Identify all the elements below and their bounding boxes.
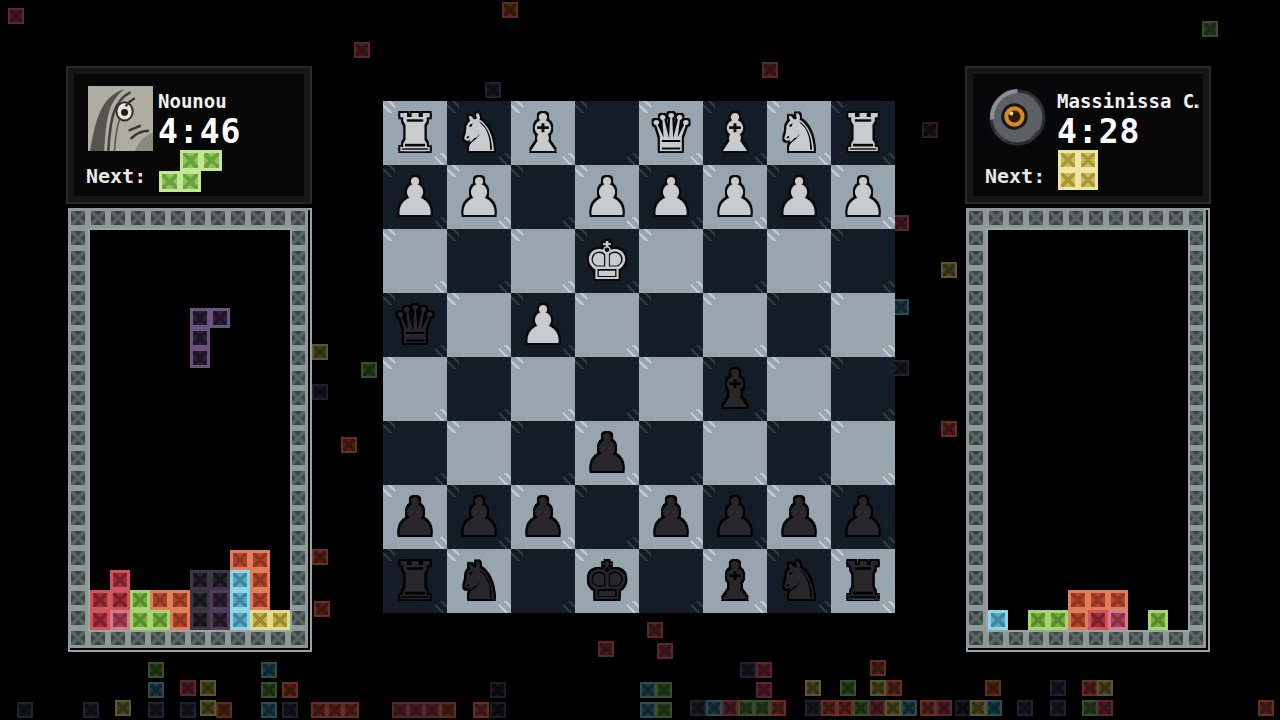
background-block <box>870 680 886 696</box>
well-wall-block <box>108 208 128 228</box>
background-block <box>1258 700 1274 716</box>
board-square[interactable]: ♜ <box>831 549 895 613</box>
black-pawn[interactable]: ♟ <box>703 485 767 549</box>
well-wall-block <box>168 208 188 228</box>
well-wall-block <box>966 608 986 628</box>
board-square[interactable] <box>575 101 639 165</box>
board-square[interactable]: ♟ <box>831 485 895 549</box>
player-timer-right: 4:28 <box>1057 112 1140 151</box>
board-square[interactable] <box>639 229 703 293</box>
black-pawn[interactable]: ♟ <box>767 485 831 549</box>
well-wall-block <box>68 628 88 648</box>
background-block <box>312 344 328 360</box>
player-timer-left: 4:46 <box>158 112 241 151</box>
background-block <box>1050 680 1066 696</box>
tetromino-block <box>110 610 130 630</box>
well-wall-block <box>1146 628 1166 648</box>
well-wall-block <box>148 208 168 228</box>
white-rook[interactable]: ♜ <box>831 101 895 165</box>
well-wall-block <box>1106 628 1126 648</box>
background-block <box>740 662 756 678</box>
background-block <box>312 384 328 400</box>
well-wall-block <box>68 408 88 428</box>
well-wall-block <box>1186 348 1206 368</box>
well-wall-block <box>986 628 1006 648</box>
well-wall-block <box>1086 628 1106 648</box>
well-wall-block <box>1186 308 1206 328</box>
background-block <box>754 700 770 716</box>
well-wall-block <box>228 628 248 648</box>
well-wall-block <box>966 348 986 368</box>
black-bishop[interactable]: ♝ <box>703 549 767 613</box>
well-wall-block <box>268 628 288 648</box>
background-block <box>756 662 772 678</box>
next-piece-block <box>1078 170 1098 190</box>
well-wall-block <box>288 248 308 268</box>
well-wall-block <box>68 368 88 388</box>
background-block <box>920 700 936 716</box>
background-block <box>392 702 408 718</box>
board-square[interactable]: ♟ <box>383 485 447 549</box>
well-wall-block <box>288 308 308 328</box>
tetromino-block <box>1048 610 1068 630</box>
board-square[interactable] <box>511 229 575 293</box>
background-block <box>261 682 277 698</box>
background-block <box>970 700 986 716</box>
well-wall-block <box>1186 268 1206 288</box>
black-queen[interactable]: ♛ <box>383 293 447 357</box>
well-wall-block <box>1186 508 1206 528</box>
background-block <box>473 702 489 718</box>
black-pawn[interactable]: ♟ <box>575 421 639 485</box>
well-wall-block <box>288 468 308 488</box>
tetromino-block <box>1088 610 1108 630</box>
falling-piece-block[interactable] <box>190 308 210 328</box>
well-wall-block <box>1086 208 1106 228</box>
tetromino-block <box>110 570 130 590</box>
background-block <box>941 262 957 278</box>
white-pawn[interactable]: ♟ <box>639 165 703 229</box>
board-square[interactable] <box>767 421 831 485</box>
well-wall-block <box>966 628 986 648</box>
board-square[interactable]: ♟ <box>831 165 895 229</box>
background-block <box>83 702 99 718</box>
well-wall-block <box>1046 628 1066 648</box>
black-pawn[interactable]: ♟ <box>447 485 511 549</box>
background-block <box>722 700 738 716</box>
well-wall-block <box>966 328 986 348</box>
tetromino-block <box>130 610 150 630</box>
black-pawn[interactable]: ♟ <box>639 485 703 549</box>
white-pawn[interactable]: ♟ <box>767 165 831 229</box>
well-wall-block <box>1126 628 1146 648</box>
white-rook[interactable]: ♜ <box>383 101 447 165</box>
background-block <box>598 641 614 657</box>
board-square[interactable] <box>447 293 511 357</box>
well-wall-block <box>68 588 88 608</box>
well-wall-block <box>966 208 986 228</box>
next-piece-preview-right <box>1058 150 1148 198</box>
background-block <box>180 680 196 696</box>
well-wall-block <box>68 308 88 328</box>
well-wall-block <box>1186 608 1206 628</box>
next-piece-block <box>159 171 180 192</box>
board-square[interactable]: ♟ <box>383 165 447 229</box>
well-wall-block <box>966 248 986 268</box>
tetromino-block <box>1068 590 1088 610</box>
well-wall-block <box>288 268 308 288</box>
white-bishop[interactable]: ♝ <box>703 101 767 165</box>
board-square[interactable] <box>639 421 703 485</box>
background-block <box>885 700 901 716</box>
background-block <box>361 362 377 378</box>
board-square[interactable]: ♟ <box>511 485 575 549</box>
background-block <box>893 299 909 315</box>
well-wall-block <box>1166 628 1186 648</box>
well-wall-block <box>148 628 168 648</box>
well-wall-block <box>208 628 228 648</box>
board-square[interactable]: ♜ <box>383 549 447 613</box>
background-block <box>440 702 456 718</box>
well-wall-block <box>966 528 986 548</box>
board-square[interactable]: ♚ <box>575 229 639 293</box>
well-wall-block <box>1046 208 1066 228</box>
well-wall-block <box>966 408 986 428</box>
well-wall-block <box>1186 468 1206 488</box>
well-wall-block <box>188 208 208 228</box>
board-square[interactable]: ♞ <box>447 549 511 613</box>
board-square[interactable]: ♟ <box>703 165 767 229</box>
black-pawn[interactable]: ♟ <box>831 485 895 549</box>
player-name-right: Massinissa C… <box>1057 90 1199 112</box>
board-square[interactable]: ♝ <box>703 101 767 165</box>
well-wall-block <box>248 628 268 648</box>
white-pawn[interactable]: ♟ <box>575 165 639 229</box>
well-wall-block <box>208 208 228 228</box>
background-block <box>690 700 706 716</box>
background-block <box>1050 700 1066 716</box>
background-block <box>869 700 885 716</box>
background-block <box>148 682 164 698</box>
background-block <box>490 702 506 718</box>
falling-piece-block[interactable] <box>190 328 210 348</box>
white-pawn[interactable]: ♟ <box>447 165 511 229</box>
board-square[interactable]: ♟ <box>703 485 767 549</box>
board-square[interactable]: ♟ <box>511 293 575 357</box>
board-square[interactable] <box>383 229 447 293</box>
well-wall-block <box>1186 568 1206 588</box>
tetris-well-right[interactable] <box>968 210 1208 650</box>
well-wall-block <box>128 208 148 228</box>
well-wall-block <box>986 208 1006 228</box>
background-block <box>656 682 672 698</box>
background-block <box>282 682 298 698</box>
next-piece-block <box>201 150 222 171</box>
tetromino-block <box>190 570 210 590</box>
board-square[interactable] <box>831 421 895 485</box>
well-wall-block <box>288 228 308 248</box>
well-wall-block <box>966 368 986 388</box>
background-block <box>1202 21 1218 37</box>
next-piece-label-left: Next: <box>86 164 146 188</box>
well-wall-block <box>68 448 88 468</box>
next-piece-block <box>1058 170 1078 190</box>
background-block <box>261 662 277 678</box>
board-square[interactable]: ♛ <box>639 101 703 165</box>
board-square[interactable]: ♟ <box>767 485 831 549</box>
black-rook[interactable]: ♜ <box>383 549 447 613</box>
next-piece-preview-left <box>159 150 249 198</box>
background-block <box>770 700 786 716</box>
well-wall-block <box>68 288 88 308</box>
tetromino-block <box>190 590 210 610</box>
background-block <box>840 680 856 696</box>
board-square[interactable]: ♚ <box>575 549 639 613</box>
board-square[interactable] <box>831 229 895 293</box>
board-square[interactable] <box>511 165 575 229</box>
background-block <box>200 700 216 716</box>
well-wall-block <box>966 228 986 248</box>
black-bishop[interactable]: ♝ <box>703 357 767 421</box>
well-wall-block <box>68 388 88 408</box>
well-wall-block <box>1166 208 1186 228</box>
board-square[interactable]: ♟ <box>575 421 639 485</box>
background-block <box>805 680 821 696</box>
tetromino-block <box>230 550 250 570</box>
tetromino-block <box>190 610 210 630</box>
black-pawn[interactable]: ♟ <box>383 485 447 549</box>
game-screen: Nounou 4:46 Next: Massinissa C… 4:28 Nex… <box>0 0 1280 720</box>
white-knight[interactable]: ♞ <box>447 101 511 165</box>
tetromino-block <box>210 570 230 590</box>
background-block <box>706 700 722 716</box>
well-wall-block <box>966 508 986 528</box>
well-wall-block <box>1186 628 1206 648</box>
board-square[interactable] <box>767 357 831 421</box>
board-square[interactable] <box>575 357 639 421</box>
board-square[interactable]: ♟ <box>447 165 511 229</box>
board-square[interactable]: ♜ <box>383 101 447 165</box>
well-wall-block <box>68 568 88 588</box>
well-wall-block <box>288 368 308 388</box>
well-wall-block <box>68 208 88 228</box>
next-piece-block <box>1058 150 1078 170</box>
board-square[interactable]: ♝ <box>703 549 767 613</box>
background-block <box>738 700 754 716</box>
board-square[interactable] <box>831 357 895 421</box>
board-square[interactable]: ♟ <box>447 485 511 549</box>
sketch-portrait-icon <box>88 86 153 151</box>
well-wall-block <box>1006 208 1026 228</box>
white-bishop[interactable]: ♝ <box>511 101 575 165</box>
board-square[interactable] <box>383 421 447 485</box>
well-wall-block <box>1186 388 1206 408</box>
well-wall-block <box>1186 248 1206 268</box>
well-wall-block <box>966 428 986 448</box>
well-wall-block <box>128 628 148 648</box>
background-block <box>341 437 357 453</box>
well-wall-block <box>68 428 88 448</box>
background-block <box>261 702 277 718</box>
white-pawn[interactable]: ♟ <box>831 165 895 229</box>
well-wall-block <box>966 388 986 408</box>
next-piece-label-right: Next: <box>985 164 1045 188</box>
well-wall-block <box>88 208 108 228</box>
white-knight[interactable]: ♞ <box>767 101 831 165</box>
robot-eye-icon <box>987 86 1052 151</box>
well-wall-block <box>68 268 88 288</box>
well-wall-block <box>68 328 88 348</box>
chess-board[interactable]: ♜♞♝♛♝♞♜♟♟♟♟♟♟♟♚♛♟♝♟♟♟♟♟♟♟♟♜♞♚♝♞♜ <box>383 101 895 613</box>
background-block <box>657 643 673 659</box>
background-block <box>922 122 938 138</box>
board-square[interactable] <box>767 293 831 357</box>
tetromino-block <box>110 590 130 610</box>
well-wall-block <box>288 608 308 628</box>
black-king[interactable]: ♚ <box>575 549 639 613</box>
board-square[interactable] <box>383 357 447 421</box>
black-knight[interactable]: ♞ <box>767 549 831 613</box>
tetromino-block <box>130 590 150 610</box>
background-block <box>837 700 853 716</box>
next-piece-block <box>1078 150 1098 170</box>
tetromino-block <box>250 590 270 610</box>
background-block <box>756 682 772 698</box>
well-wall-block <box>1186 288 1206 308</box>
tetromino-block <box>270 610 290 630</box>
white-pawn[interactable]: ♟ <box>383 165 447 229</box>
well-wall-block <box>108 628 128 648</box>
background-block <box>148 662 164 678</box>
background-block <box>955 700 971 716</box>
well-wall-block <box>68 228 88 248</box>
board-square[interactable] <box>703 421 767 485</box>
tetromino-block <box>210 610 230 630</box>
well-wall-block <box>228 208 248 228</box>
well-wall-block <box>288 208 308 228</box>
tetromino-block <box>150 590 170 610</box>
well-wall-block <box>288 528 308 548</box>
background-block <box>893 360 909 376</box>
tetromino-block <box>1108 610 1128 630</box>
tetromino-block <box>90 610 110 630</box>
tetromino-block <box>230 570 250 590</box>
background-block <box>115 700 131 716</box>
black-rook[interactable]: ♜ <box>831 549 895 613</box>
tetris-well-left[interactable] <box>70 210 310 650</box>
well-wall-block <box>1186 588 1206 608</box>
board-square[interactable]: ♞ <box>447 101 511 165</box>
background-block <box>821 700 837 716</box>
background-block <box>640 682 656 698</box>
board-square[interactable] <box>703 293 767 357</box>
board-square[interactable]: ♟ <box>639 165 703 229</box>
board-square[interactable]: ♞ <box>767 549 831 613</box>
board-square[interactable]: ♟ <box>575 165 639 229</box>
board-square[interactable] <box>639 549 703 613</box>
board-square[interactable]: ♟ <box>639 485 703 549</box>
board-square[interactable] <box>511 357 575 421</box>
board-square[interactable] <box>703 229 767 293</box>
board-square[interactable]: ♞ <box>767 101 831 165</box>
well-wall-block <box>1186 368 1206 388</box>
black-pawn[interactable]: ♟ <box>511 485 575 549</box>
well-wall-block <box>1186 548 1206 568</box>
tetromino-block <box>1028 610 1048 630</box>
board-square[interactable] <box>639 357 703 421</box>
background-block <box>893 215 909 231</box>
board-square[interactable] <box>511 421 575 485</box>
well-wall-block <box>966 588 986 608</box>
white-queen[interactable]: ♛ <box>639 101 703 165</box>
board-square[interactable] <box>447 229 511 293</box>
background-block <box>282 702 298 718</box>
background-block <box>986 700 1002 716</box>
background-block <box>1097 700 1113 716</box>
background-block <box>886 680 902 696</box>
tetromino-block <box>90 590 110 610</box>
well-wall-block <box>288 408 308 428</box>
well-wall-block <box>1026 628 1046 648</box>
tetromino-block <box>1148 610 1168 630</box>
board-square[interactable]: ♜ <box>831 101 895 165</box>
board-square[interactable] <box>767 229 831 293</box>
board-square[interactable]: ♝ <box>703 357 767 421</box>
well-wall-block <box>288 568 308 588</box>
background-block <box>148 702 164 718</box>
board-square[interactable]: ♛ <box>383 293 447 357</box>
well-wall-block <box>68 468 88 488</box>
well-wall-block <box>1186 428 1206 448</box>
tetromino-block <box>1068 610 1088 630</box>
well-wall-block <box>1186 228 1206 248</box>
well-wall-block <box>288 548 308 568</box>
player-avatar-right <box>987 86 1052 151</box>
background-block <box>853 700 869 716</box>
white-king[interactable]: ♚ <box>575 229 639 293</box>
next-piece-block <box>180 171 201 192</box>
falling-piece-block[interactable] <box>190 348 210 368</box>
black-knight[interactable]: ♞ <box>447 549 511 613</box>
board-square[interactable]: ♟ <box>767 165 831 229</box>
board-square[interactable] <box>511 549 575 613</box>
background-block <box>180 702 196 718</box>
background-block <box>311 702 327 718</box>
board-square[interactable] <box>447 357 511 421</box>
well-wall-block <box>1186 408 1206 428</box>
background-block <box>343 702 359 718</box>
background-block <box>1082 700 1098 716</box>
board-square[interactable] <box>447 421 511 485</box>
white-pawn[interactable]: ♟ <box>703 165 767 229</box>
well-wall-block <box>966 488 986 508</box>
white-pawn[interactable]: ♟ <box>511 293 575 357</box>
well-wall-block <box>1006 628 1026 648</box>
board-square[interactable] <box>831 293 895 357</box>
board-square[interactable] <box>575 293 639 357</box>
tetromino-block <box>1088 590 1108 610</box>
well-wall-block <box>966 468 986 488</box>
board-square[interactable]: ♝ <box>511 101 575 165</box>
well-wall-block <box>1126 208 1146 228</box>
well-wall-block <box>68 548 88 568</box>
player-panel-right: Massinissa C… 4:28 Next: <box>967 68 1209 202</box>
background-block <box>985 680 1001 696</box>
falling-piece-block[interactable] <box>210 308 230 328</box>
background-block <box>485 82 501 98</box>
board-square[interactable] <box>639 293 703 357</box>
board-square[interactable] <box>575 485 639 549</box>
